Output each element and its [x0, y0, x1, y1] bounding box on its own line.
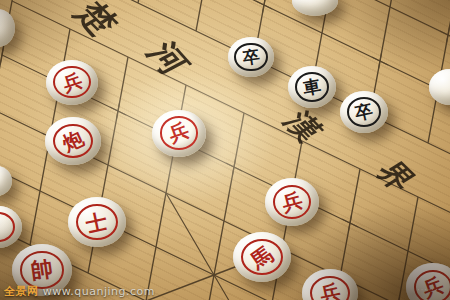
piece-character: 馬 [247, 242, 276, 271]
xiangqi-photo-scene: 楚河漢界 兵炮兵卒車卒兵馬士帥兵兵 全景网 www.quanjing.com ·… [0, 0, 450, 300]
watermark-site-label: 全景网 [4, 285, 39, 298]
piece-ring: 兵 [310, 276, 350, 300]
watermark-url: www.quanjing.com [43, 285, 155, 298]
piece-red-horse[interactable]: 馬 [233, 232, 291, 282]
piece-ring: 兵 [53, 66, 90, 98]
piece-character: 車 [302, 77, 322, 97]
piece-ring: 兵 [414, 270, 450, 300]
piece-ring: 兵 [160, 116, 199, 150]
piece-red-soldier-1[interactable]: 兵 [46, 60, 98, 105]
piece-character: 士 [85, 210, 110, 235]
piece-ring: 兵 [273, 185, 312, 220]
piece-red-soldier-2[interactable]: 兵 [152, 110, 206, 157]
watermark: 全景网 www.quanjing.com [4, 284, 155, 299]
piece-character: 卒 [242, 48, 261, 67]
piece-ring: 馬 [241, 239, 283, 275]
piece-red-soldier-3[interactable]: 兵 [265, 178, 319, 226]
piece-character: 卒 [354, 102, 375, 123]
piece-ring [0, 212, 15, 242]
piece-character: 兵 [166, 120, 191, 145]
piece-character: 兵 [318, 281, 342, 300]
piece-ring: 車 [295, 72, 330, 102]
piece-character: 兵 [60, 70, 84, 94]
stock-id-watermark: ······· [417, 286, 442, 295]
piece-black-soldier-1[interactable]: 卒 [228, 37, 274, 77]
piece-character: 炮 [60, 128, 87, 155]
piece-ring: 士 [76, 204, 118, 240]
piece-ring: 炮 [53, 124, 93, 159]
piece-red-advisor[interactable]: 士 [68, 197, 126, 247]
piece-ring: 卒 [347, 97, 382, 127]
piece-character: 兵 [280, 190, 305, 215]
piece-black-chariot[interactable]: 車 [288, 66, 336, 108]
piece-black-soldier-2[interactable]: 卒 [340, 91, 388, 133]
piece-ring: 卒 [234, 43, 267, 72]
piece-character: 帥 [30, 258, 55, 283]
piece-red-cannon[interactable]: 炮 [45, 117, 101, 165]
